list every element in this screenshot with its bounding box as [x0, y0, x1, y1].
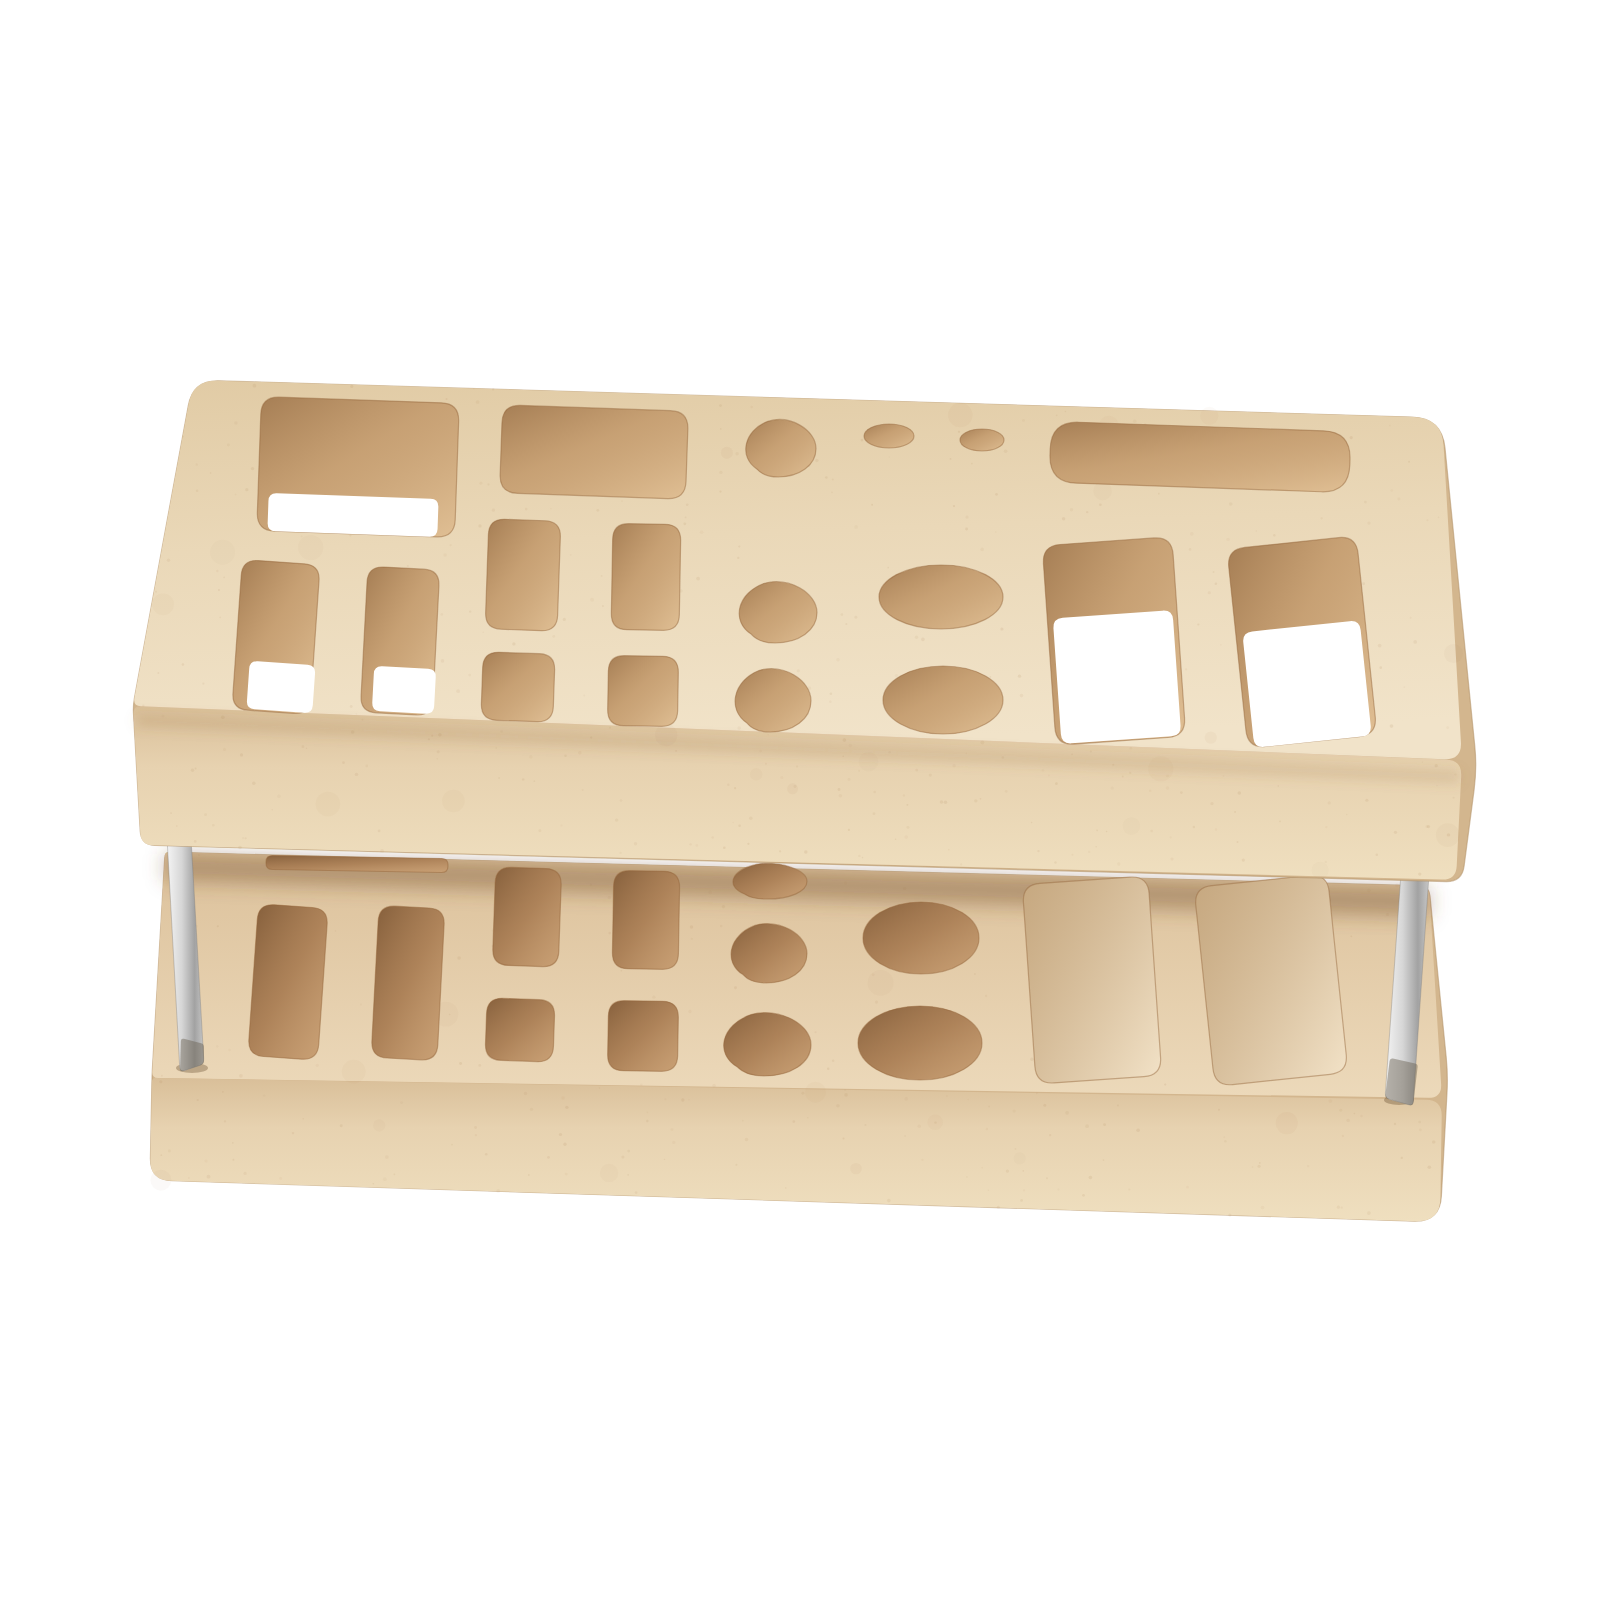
- grain-dot: [997, 1206, 1000, 1209]
- grain-dot: [827, 1068, 829, 1070]
- round-hole-s: [864, 424, 914, 448]
- grain-dot: [563, 618, 566, 621]
- grain-dot: [1122, 776, 1124, 778]
- grain-dot: [1020, 694, 1024, 698]
- grain-dot: [496, 1189, 500, 1193]
- grain-dot: [664, 1159, 665, 1160]
- grain-dot: [985, 995, 987, 997]
- square-slot-s: [607, 1000, 678, 1071]
- grain-dot: [478, 1064, 481, 1067]
- grain-dot: [854, 616, 857, 619]
- grain-dot: [380, 849, 384, 853]
- grain-dot: [301, 535, 303, 537]
- grain-blotch: [927, 1114, 943, 1130]
- grain-dot: [793, 1120, 796, 1123]
- grain-dot: [1043, 1104, 1046, 1107]
- grain-dot: [1339, 1109, 1342, 1112]
- product-photo: Beech wood two-tier tool organizer stand…: [0, 0, 1600, 1600]
- grain-dot: [235, 494, 237, 496]
- grain-dot: [700, 531, 704, 535]
- grain-dot: [365, 765, 368, 768]
- grain-dot: [904, 835, 908, 839]
- grain-dot: [1018, 675, 1021, 678]
- grain-dot: [157, 672, 159, 674]
- grain-dot: [552, 635, 555, 638]
- grain-dot: [747, 843, 749, 845]
- grain-dot: [1022, 1170, 1024, 1172]
- grain-dot: [378, 830, 381, 833]
- grain-dot: [875, 1000, 878, 1003]
- grain-dot: [306, 748, 307, 749]
- grain-dot: [272, 809, 273, 810]
- grain-dot: [1418, 873, 1421, 876]
- grain-dot: [1238, 791, 1242, 795]
- grain-dot: [160, 1154, 162, 1156]
- grain-dot: [738, 545, 740, 547]
- grain-dot: [529, 755, 532, 758]
- grain-dot: [245, 837, 247, 839]
- grain-dot: [440, 613, 443, 616]
- grain-dot: [263, 1094, 265, 1096]
- grain-dot: [907, 804, 909, 806]
- grain-dot: [483, 632, 485, 634]
- grain-dot: [183, 436, 185, 438]
- grain-dot: [1328, 801, 1331, 804]
- grain-dot: [188, 1177, 190, 1179]
- grain-dot: [222, 1091, 224, 1093]
- grain-dot: [858, 855, 860, 857]
- grain-dot: [238, 846, 242, 850]
- grain-dot: [735, 452, 738, 455]
- grain-dot: [216, 570, 218, 572]
- grain-dot: [735, 1164, 737, 1166]
- grain-dot: [1054, 861, 1056, 863]
- grain-dot: [590, 884, 592, 886]
- grain-dot: [1005, 790, 1008, 793]
- grain-dot: [1215, 828, 1217, 830]
- grain-dot: [525, 508, 528, 511]
- grain-dot: [779, 850, 781, 852]
- grain-dot: [1049, 1134, 1051, 1136]
- grain-dot: [737, 726, 741, 730]
- grain-dot: [578, 751, 582, 755]
- grain-dot: [351, 730, 355, 734]
- page: Beech wood two-tier tool organizer stand…: [0, 0, 1600, 1600]
- grain-dot: [445, 398, 447, 400]
- grain-dot: [843, 738, 847, 742]
- grain-dot: [759, 750, 762, 753]
- grain-dot: [1213, 571, 1215, 573]
- grain-blotch: [787, 783, 798, 794]
- grain-dot: [825, 476, 828, 479]
- grain-dot: [474, 1126, 477, 1129]
- grain-dot: [428, 738, 430, 740]
- bit-slot-l: [1022, 876, 1162, 1084]
- rect-slot-tall-through-opening: [372, 666, 436, 714]
- grain-dot: [608, 896, 611, 899]
- grain-dot: [360, 1004, 362, 1006]
- grain-dot: [561, 825, 563, 827]
- grain-blotch: [1014, 1152, 1026, 1164]
- grain-dot: [1197, 623, 1199, 625]
- grain-dot: [1150, 830, 1153, 833]
- grain-dot: [1103, 1123, 1106, 1126]
- grain-blotch: [868, 970, 894, 996]
- grain-dot: [498, 777, 500, 779]
- grain-dot: [1273, 534, 1275, 536]
- grain-dot: [1413, 640, 1417, 644]
- grain-dot: [981, 1167, 983, 1169]
- grain-dot: [1128, 1188, 1130, 1190]
- grain-dot: [865, 1124, 867, 1126]
- grain-dot: [950, 458, 952, 460]
- grain-dot: [948, 849, 950, 851]
- grain-dot: [372, 1183, 374, 1185]
- grain-dot: [889, 456, 890, 457]
- tray-slot-shading: [1049, 421, 1351, 492]
- grain-dot: [1390, 724, 1394, 728]
- grain-dot: [451, 1144, 453, 1146]
- grain-dot: [844, 1089, 846, 1091]
- grain-dot: [842, 1137, 844, 1139]
- grain-dot: [1071, 854, 1073, 856]
- grain-dot: [437, 750, 440, 753]
- grain-blotch: [316, 792, 341, 817]
- grain-dot: [801, 1092, 804, 1095]
- grain-dot: [1346, 1119, 1349, 1122]
- grain-dot: [1427, 1165, 1431, 1169]
- grain-dot: [915, 636, 918, 639]
- grain-dot: [443, 553, 446, 556]
- grain-dot: [647, 1112, 649, 1114]
- grain-dot: [385, 1155, 389, 1159]
- grain-dot: [1426, 519, 1428, 521]
- grain-dot: [988, 1105, 990, 1107]
- grain-dot: [995, 531, 996, 532]
- grain-dot: [711, 836, 713, 838]
- grain-dot: [1229, 502, 1233, 506]
- grain-dot: [450, 544, 452, 546]
- grain-dot: [719, 471, 722, 474]
- grain-dot: [720, 925, 723, 928]
- grain-dot: [621, 500, 623, 502]
- grain-dot: [780, 776, 783, 779]
- grain-dot: [627, 1174, 629, 1176]
- grain-dot: [159, 1080, 162, 1083]
- grain-dot: [223, 576, 225, 578]
- grain-dot: [219, 617, 221, 619]
- grain-dot: [980, 548, 984, 552]
- grain-blotch: [373, 1119, 385, 1131]
- grain-dot: [350, 705, 353, 708]
- grain-dot: [1136, 1128, 1140, 1132]
- rect-slot-m: [612, 870, 680, 969]
- grain-dot: [170, 812, 172, 814]
- grain-dot: [1394, 831, 1397, 834]
- grain-dot: [836, 658, 839, 661]
- grain-dot: [858, 770, 860, 772]
- rect-slot-tall: [371, 905, 445, 1060]
- support-rod-right-tip: [1385, 1059, 1417, 1106]
- grain-dot: [832, 1060, 834, 1062]
- grain-blotch: [298, 535, 323, 560]
- grain-dot: [691, 938, 693, 940]
- rect-slot-m: [611, 523, 681, 630]
- grain-dot: [1342, 1135, 1344, 1137]
- rect-slot-m-shading: [612, 870, 680, 969]
- round-hole-l: [863, 902, 979, 974]
- grain-dot: [196, 490, 199, 493]
- grain-dot: [981, 741, 985, 745]
- grain-dot: [601, 575, 603, 577]
- grain-dot: [197, 1099, 199, 1101]
- grain-dot: [965, 528, 968, 531]
- grain-dot: [1395, 883, 1399, 887]
- grain-dot: [204, 1159, 207, 1162]
- grain-dot: [1070, 508, 1073, 511]
- grain-dot: [719, 491, 721, 493]
- rect-slot-m-shading: [485, 519, 561, 631]
- grain-dot: [719, 404, 722, 407]
- grain-dot: [1223, 775, 1225, 777]
- grain-dot: [915, 769, 918, 772]
- grain-dot: [559, 1133, 562, 1136]
- grain-dot: [1030, 1058, 1033, 1061]
- grain-dot: [767, 734, 768, 735]
- grain-dot: [1082, 1194, 1085, 1197]
- grain-dot: [960, 863, 962, 865]
- grain-dot: [1367, 521, 1370, 524]
- teardrop-hole: [739, 582, 817, 643]
- grain-dot: [671, 1128, 674, 1131]
- teardrop-hole: [731, 924, 807, 983]
- grain-dot: [887, 1199, 891, 1203]
- grain-dot: [394, 1173, 396, 1175]
- grain-dot: [242, 837, 244, 839]
- grain-dot: [696, 577, 700, 581]
- grain-dot: [904, 1135, 906, 1137]
- grain-dot: [634, 842, 637, 845]
- grain-dot: [723, 846, 726, 849]
- grain-dot: [457, 956, 461, 960]
- grain-blotch: [1276, 1112, 1298, 1134]
- grain-dot: [142, 705, 144, 707]
- grain-dot: [1130, 747, 1133, 750]
- grain-dot: [804, 850, 807, 853]
- rect-slot-xl-shading: [500, 405, 689, 499]
- grain-dot: [475, 1134, 477, 1136]
- teardrop-hole-sliver: [733, 863, 807, 899]
- grain-dot: [619, 852, 621, 854]
- grain-dot: [1427, 825, 1430, 828]
- grain-dot: [492, 509, 495, 512]
- grain-dot: [478, 524, 481, 527]
- square-slot-s: [607, 655, 678, 726]
- grain-dot: [627, 1150, 630, 1153]
- grain-dot: [836, 1104, 840, 1108]
- grain-dot: [742, 1120, 744, 1122]
- grain-dot: [210, 472, 212, 474]
- grain-dot: [590, 598, 594, 602]
- grain-dot: [1133, 420, 1137, 424]
- grain-dot: [1056, 415, 1058, 417]
- grain-dot: [675, 750, 677, 752]
- grain-dot: [1023, 1189, 1025, 1191]
- grain-dot: [202, 683, 204, 685]
- grain-dot: [407, 565, 409, 567]
- grain-dot: [688, 1099, 690, 1101]
- grain-dot: [1180, 791, 1183, 794]
- grain-blotch: [805, 1082, 826, 1103]
- grain-dot: [1278, 785, 1280, 787]
- grain-dot: [685, 516, 687, 518]
- grain-dot: [162, 715, 165, 718]
- grain-dot: [952, 764, 955, 767]
- grain-blotch: [1148, 756, 1173, 781]
- grain-blotch: [342, 1060, 366, 1084]
- grain-blotch: [948, 403, 972, 427]
- bit-slot-l: [1194, 874, 1348, 1087]
- grain-dot: [708, 891, 712, 895]
- grain-blotch: [1123, 817, 1140, 834]
- grain-dot: [815, 1031, 817, 1033]
- grain-dot: [845, 623, 847, 625]
- grain-dot: [1095, 846, 1096, 847]
- grain-dot: [1185, 668, 1187, 670]
- grain-dot: [437, 758, 439, 760]
- grain-dot: [838, 788, 841, 791]
- grain-dot: [316, 1064, 319, 1067]
- grain-dot: [1065, 1111, 1069, 1115]
- grain-dot: [340, 1124, 343, 1127]
- grain-dot: [1020, 1199, 1023, 1202]
- grain-dot: [1418, 1121, 1421, 1124]
- grain-dot: [842, 756, 844, 758]
- grain-dot: [302, 745, 305, 748]
- square-slot-s-shading: [485, 998, 555, 1062]
- grain-dot: [621, 970, 623, 972]
- grain-dot: [302, 1118, 303, 1119]
- grain-dot: [1189, 548, 1192, 551]
- grain-dot: [895, 839, 897, 841]
- grain-dot: [745, 1138, 749, 1142]
- grain-dot: [218, 589, 220, 591]
- grain-blotch: [1200, 407, 1218, 425]
- grain-dot: [1226, 538, 1229, 541]
- grain-dot: [688, 1010, 691, 1013]
- grain-dot: [689, 843, 691, 845]
- grain-dot: [456, 689, 460, 693]
- grain-dot: [161, 1075, 163, 1077]
- grain-dot: [1088, 851, 1090, 853]
- grain-dot: [683, 522, 686, 525]
- grain-blotch: [152, 593, 174, 615]
- grain-dot: [1089, 1176, 1093, 1180]
- grain-dot: [831, 492, 833, 494]
- grain-dot: [400, 1101, 403, 1104]
- rect-slot-m-shading: [611, 523, 681, 630]
- grain-blotch: [1444, 644, 1463, 663]
- rect-slot-tall-through-opening: [246, 661, 315, 713]
- grain-dot: [292, 1132, 294, 1134]
- grain-dot: [217, 925, 219, 927]
- rect-slot-m-shading: [492, 867, 561, 967]
- round-hole-l: [858, 1006, 982, 1080]
- grain-dot: [635, 1191, 638, 1194]
- grain-dot: [921, 638, 925, 642]
- grain-dot: [944, 800, 947, 803]
- grain-dot: [550, 508, 552, 510]
- grain-dot: [1117, 1105, 1119, 1107]
- grain-dot: [907, 826, 910, 829]
- grain-dot: [216, 1045, 218, 1047]
- grain-dot: [1237, 841, 1239, 843]
- grain-dot: [476, 400, 480, 404]
- rect-slot-m: [485, 519, 561, 631]
- grain-dot: [1000, 627, 1003, 630]
- grain-dot: [1002, 756, 1004, 758]
- grain-dot: [1408, 461, 1410, 463]
- grain-blotch: [1205, 731, 1217, 743]
- grain-dot: [1065, 411, 1066, 412]
- grain-dot: [895, 674, 898, 677]
- grain-dot: [155, 591, 157, 593]
- grain-dot: [965, 515, 968, 518]
- grain-dot: [854, 525, 858, 529]
- grain-dot: [1362, 582, 1365, 585]
- grain-dot: [245, 488, 248, 491]
- grain-dot: [1090, 750, 1092, 752]
- grain-dot: [350, 385, 353, 388]
- grain-dot: [1218, 1109, 1220, 1111]
- grain-dot: [1190, 532, 1194, 536]
- grain-dot: [1454, 773, 1456, 775]
- grain-dot: [1367, 1211, 1371, 1215]
- round-hole-s: [960, 429, 1004, 451]
- grain-dot: [524, 1092, 527, 1095]
- rect-slot-xl: [500, 405, 689, 499]
- slot-top-sliver: [266, 855, 448, 872]
- grain-dot: [223, 748, 226, 751]
- grain-dot: [686, 503, 689, 506]
- grain-dot: [848, 778, 851, 781]
- bit-slot-l-through-opening: [1053, 610, 1181, 744]
- grain-dot: [252, 782, 255, 785]
- grain-dot: [487, 483, 489, 485]
- grain-blotch: [1312, 862, 1329, 879]
- grain-dot: [207, 1175, 211, 1179]
- tray-slot: [1049, 421, 1351, 492]
- grain-dot: [495, 747, 497, 749]
- grain-dot: [839, 794, 843, 798]
- grain-dot: [1261, 1206, 1265, 1210]
- grain-dot: [243, 1172, 246, 1175]
- grain-dot: [1259, 1162, 1261, 1164]
- grain-dot: [564, 754, 566, 756]
- grain-dot: [785, 1187, 786, 1188]
- grain-dot: [1031, 822, 1032, 823]
- grain-dot: [602, 605, 604, 607]
- grain-dot: [530, 1108, 533, 1111]
- grain-dot: [1354, 1113, 1356, 1115]
- grain-dot: [917, 1124, 921, 1128]
- grain-dot: [1234, 811, 1236, 813]
- grain-dot: [732, 822, 734, 824]
- grain-dot: [234, 421, 237, 424]
- grain-dot: [1364, 501, 1367, 504]
- grain-blotch: [721, 447, 733, 459]
- grain-dot: [383, 1177, 387, 1181]
